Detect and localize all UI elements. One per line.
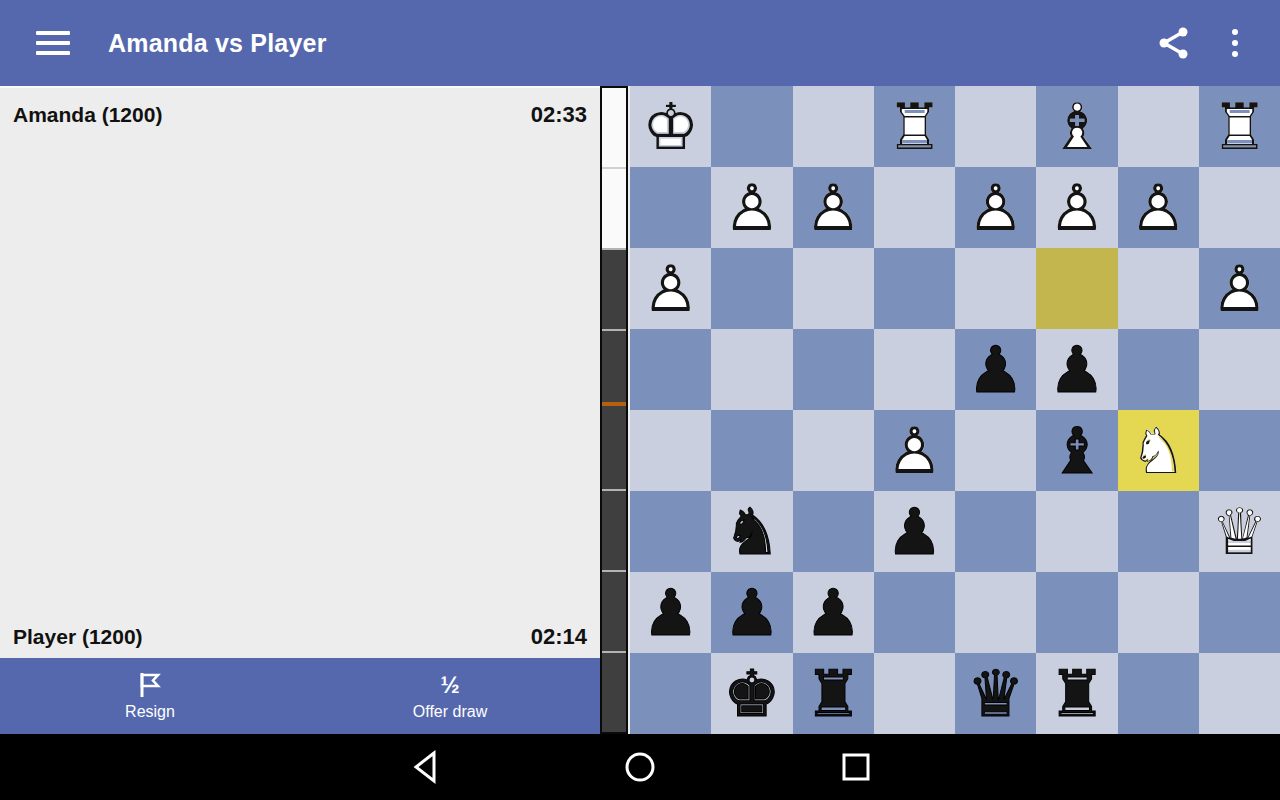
piece-wB: ♝♗	[1036, 86, 1117, 167]
half-point-icon: ½	[440, 671, 459, 699]
square[interactable]	[1118, 248, 1199, 329]
piece-wQ: ♛♕	[1199, 491, 1280, 572]
square[interactable]: ♟	[793, 572, 874, 653]
square[interactable]: ♟♙	[630, 248, 711, 329]
square[interactable]: ♟	[955, 329, 1036, 410]
piece-wP: ♟♙	[955, 167, 1036, 248]
recents-icon[interactable]	[838, 749, 874, 785]
square[interactable]: ♜♖	[874, 86, 955, 167]
square[interactable]	[955, 410, 1036, 491]
piece-bP: ♟	[630, 572, 711, 653]
opponent-name: Amanda (1200)	[13, 103, 162, 127]
offer-draw-label: Offer draw	[413, 703, 487, 721]
home-icon[interactable]	[622, 749, 658, 785]
square[interactable]	[630, 329, 711, 410]
square[interactable]: ♛	[955, 653, 1036, 734]
square[interactable]	[1199, 329, 1280, 410]
square[interactable]: ♟♙	[1036, 167, 1117, 248]
piece-wP: ♟♙	[630, 248, 711, 329]
offer-draw-button[interactable]: ½ Offer draw	[300, 658, 600, 734]
square[interactable]: ♟♙	[793, 167, 874, 248]
piece-wP: ♟♙	[874, 410, 955, 491]
android-nav-bar	[0, 734, 1280, 800]
square[interactable]: ♛♕	[1199, 491, 1280, 572]
square[interactable]	[793, 86, 874, 167]
app-bar: Amanda vs Player	[0, 0, 1280, 86]
square[interactable]: ♚♔	[630, 86, 711, 167]
flag-icon	[138, 671, 162, 699]
square[interactable]	[1199, 167, 1280, 248]
square[interactable]: ♟♙	[955, 167, 1036, 248]
piece-wP: ♟♙	[1036, 167, 1117, 248]
square[interactable]	[1118, 653, 1199, 734]
square[interactable]	[955, 86, 1036, 167]
square[interactable]: ♟	[874, 491, 955, 572]
square[interactable]	[1118, 491, 1199, 572]
square[interactable]	[793, 248, 874, 329]
opponent-row: Amanda (1200) 02:33	[0, 102, 600, 128]
piece-wK: ♚♔	[630, 86, 711, 167]
eval-bar	[600, 86, 628, 734]
resign-label: Resign	[125, 703, 175, 721]
square[interactable]	[793, 491, 874, 572]
square[interactable]	[1036, 572, 1117, 653]
app-screen: Amanda vs Player Amanda (1200) 02:33 Pla…	[0, 0, 1280, 800]
square[interactable]	[711, 410, 792, 491]
square[interactable]: ♟♙	[1199, 248, 1280, 329]
back-icon[interactable]	[408, 749, 444, 785]
piece-bR: ♜	[793, 653, 874, 734]
square[interactable]	[630, 491, 711, 572]
square[interactable]: ♟	[630, 572, 711, 653]
square[interactable]	[793, 329, 874, 410]
square[interactable]	[1199, 410, 1280, 491]
square[interactable]: ♝	[1036, 410, 1117, 491]
menu-icon[interactable]	[36, 31, 70, 55]
piece-bB: ♝	[1036, 410, 1117, 491]
piece-wR: ♜♖	[1199, 86, 1280, 167]
square[interactable]	[1036, 248, 1117, 329]
share-icon[interactable]	[1156, 25, 1192, 61]
piece-bP: ♟	[955, 329, 1036, 410]
square[interactable]	[1199, 572, 1280, 653]
square[interactable]	[1199, 653, 1280, 734]
piece-bN: ♞	[711, 491, 792, 572]
square[interactable]: ♞♘	[1118, 410, 1199, 491]
piece-bP: ♟	[711, 572, 792, 653]
square[interactable]: ♟♙	[874, 410, 955, 491]
piece-wP: ♟♙	[1118, 167, 1199, 248]
player-clock: 02:14	[531, 624, 587, 650]
piece-wP: ♟♙	[711, 167, 792, 248]
piece-bQ: ♛	[955, 653, 1036, 734]
square[interactable]	[711, 86, 792, 167]
game-info-panel: Amanda (1200) 02:33 Player (1200) 02:14	[0, 86, 600, 660]
square[interactable]: ♜	[1036, 653, 1117, 734]
square[interactable]	[630, 653, 711, 734]
piece-wR: ♜♖	[874, 86, 955, 167]
square[interactable]	[955, 248, 1036, 329]
square[interactable]: ♜♖	[1199, 86, 1280, 167]
overflow-menu-icon[interactable]	[1228, 25, 1242, 61]
player-name: Player (1200)	[13, 625, 143, 649]
square[interactable]	[1118, 572, 1199, 653]
page-title: Amanda vs Player	[108, 0, 327, 86]
square[interactable]: ♟♙	[711, 167, 792, 248]
piece-wP: ♟♙	[793, 167, 874, 248]
square[interactable]: ♚	[711, 653, 792, 734]
opponent-clock: 02:33	[531, 102, 587, 128]
square[interactable]: ♝♗	[1036, 86, 1117, 167]
eval-bar-marker	[602, 402, 626, 406]
square[interactable]	[630, 410, 711, 491]
piece-wP: ♟♙	[1199, 248, 1280, 329]
square[interactable]	[711, 329, 792, 410]
piece-wN: ♞♘	[1118, 410, 1199, 491]
square[interactable]	[630, 167, 711, 248]
square[interactable]: ♞	[711, 491, 792, 572]
square[interactable]	[955, 572, 1036, 653]
square[interactable]: ♜	[793, 653, 874, 734]
square[interactable]	[874, 248, 955, 329]
action-bar: Resign ½ Offer draw	[0, 658, 600, 734]
piece-bK: ♚	[711, 653, 792, 734]
square[interactable]	[955, 491, 1036, 572]
square[interactable]	[793, 410, 874, 491]
square[interactable]: ♟	[711, 572, 792, 653]
square[interactable]	[874, 167, 955, 248]
piece-bP: ♟	[874, 491, 955, 572]
chess-board: ♚♔♜♖♝♗♜♖♟♙♟♙♟♙♟♙♟♙♟♙♟♙♟♟♟♙♝♞♘♞♟♛♕♟♟♟♚♜♛♜	[630, 86, 1280, 734]
square[interactable]: ♟	[1036, 329, 1117, 410]
square[interactable]	[874, 572, 955, 653]
square[interactable]	[1118, 86, 1199, 167]
piece-bP: ♟	[1036, 329, 1117, 410]
square[interactable]	[711, 248, 792, 329]
piece-bP: ♟	[793, 572, 874, 653]
resign-button[interactable]: Resign	[0, 658, 300, 734]
square[interactable]	[874, 653, 955, 734]
piece-bR: ♜	[1036, 653, 1117, 734]
square[interactable]: ♟♙	[1118, 167, 1199, 248]
player-row: Player (1200) 02:14	[0, 624, 600, 650]
square[interactable]	[874, 329, 955, 410]
square[interactable]	[1036, 491, 1117, 572]
square[interactable]	[1118, 329, 1199, 410]
